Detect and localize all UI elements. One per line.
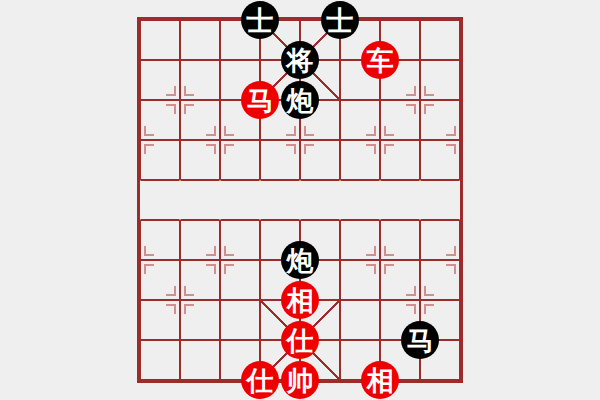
point-marker-bracket — [446, 264, 456, 274]
point-marker-bracket — [224, 144, 234, 154]
xiangqi-app: 士士将车马炮炮相仕马仕帅相 — [0, 0, 600, 400]
point-marker-bracket — [144, 246, 154, 256]
point-marker-bracket — [206, 144, 216, 154]
river-cell — [340, 180, 380, 220]
point-marker-bracket — [304, 126, 314, 136]
piece-red-advisor[interactable]: 仕 — [241, 361, 279, 399]
piece-red-advisor[interactable]: 仕 — [281, 321, 319, 359]
point-marker-bracket — [366, 126, 376, 136]
piece-red-horse[interactable]: 马 — [241, 81, 279, 119]
board-cell — [420, 20, 460, 60]
point-marker-bracket — [184, 304, 194, 314]
point-marker-bracket — [406, 86, 416, 96]
point-marker-bracket — [206, 264, 216, 274]
point-marker-bracket — [446, 144, 456, 154]
point-marker-bracket — [286, 126, 296, 136]
point-marker-bracket — [144, 126, 154, 136]
point-marker-bracket — [406, 286, 416, 296]
point-marker-bracket — [424, 86, 434, 96]
point-marker-bracket — [384, 144, 394, 154]
point-marker-bracket — [184, 286, 194, 296]
river-cell — [380, 180, 420, 220]
piece-red-chariot[interactable]: 车 — [361, 41, 399, 79]
point-marker-bracket — [424, 104, 434, 114]
piece-red-general[interactable]: 帅 — [281, 361, 319, 399]
board-cell — [180, 20, 220, 60]
point-marker-bracket — [286, 144, 296, 154]
river-cell — [220, 180, 260, 220]
point-marker-bracket — [384, 264, 394, 274]
point-marker-bracket — [366, 264, 376, 274]
point-marker-bracket — [184, 104, 194, 114]
piece-red-elephant[interactable]: 相 — [281, 281, 319, 319]
point-marker-bracket — [366, 246, 376, 256]
point-marker-bracket — [224, 126, 234, 136]
river-cell — [180, 180, 220, 220]
point-marker-bracket — [304, 144, 314, 154]
point-marker-bracket — [406, 304, 416, 314]
board-cell — [140, 340, 180, 380]
river-cell — [420, 180, 460, 220]
point-marker-bracket — [384, 126, 394, 136]
point-marker-bracket — [446, 246, 456, 256]
river-cell — [260, 180, 300, 220]
piece-black-general[interactable]: 将 — [281, 41, 319, 79]
point-marker-bracket — [166, 104, 176, 114]
river-cell — [140, 180, 180, 220]
point-marker-bracket — [184, 86, 194, 96]
point-marker-bracket — [366, 144, 376, 154]
point-marker-bracket — [166, 304, 176, 314]
river-cell — [300, 180, 340, 220]
board-cell — [340, 300, 380, 340]
point-marker-bracket — [384, 246, 394, 256]
point-marker-bracket — [424, 304, 434, 314]
piece-black-advisor[interactable]: 士 — [321, 1, 359, 39]
board-cell — [220, 300, 260, 340]
piece-black-cannon[interactable]: 炮 — [281, 81, 319, 119]
point-marker-bracket — [166, 286, 176, 296]
piece-red-elephant[interactable]: 相 — [361, 361, 399, 399]
point-marker-bracket — [166, 86, 176, 96]
point-marker-bracket — [206, 126, 216, 136]
piece-black-advisor[interactable]: 士 — [241, 1, 279, 39]
point-marker-bracket — [224, 246, 234, 256]
piece-black-cannon[interactable]: 炮 — [281, 241, 319, 279]
point-marker-bracket — [224, 264, 234, 274]
board-cell — [180, 340, 220, 380]
point-marker-bracket — [144, 144, 154, 154]
board-cell — [140, 20, 180, 60]
point-marker-bracket — [206, 246, 216, 256]
piece-black-horse[interactable]: 马 — [401, 321, 439, 359]
point-marker-bracket — [424, 286, 434, 296]
point-marker-bracket — [406, 104, 416, 114]
point-marker-bracket — [446, 126, 456, 136]
point-marker-bracket — [144, 264, 154, 274]
